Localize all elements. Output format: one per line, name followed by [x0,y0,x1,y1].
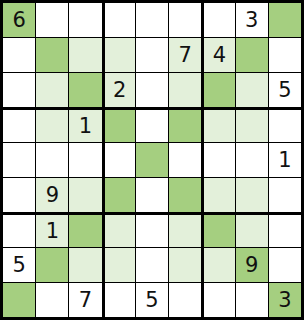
cell-r2c5[interactable] [136,38,168,72]
cell-r5c9[interactable]: 1 [269,143,301,177]
cell-r2c4[interactable] [103,38,135,72]
cell-r3c7[interactable] [202,73,234,107]
cell-r6c3[interactable] [69,178,101,212]
cell-r9c7[interactable] [202,283,234,317]
cell-r6c9[interactable] [269,178,301,212]
cell-r2c9[interactable] [269,38,301,72]
cell-r6c8[interactable] [236,178,268,212]
cell-r8c4[interactable] [103,248,135,282]
cell-r3c6[interactable] [169,73,201,107]
cell-r4c5[interactable] [136,108,168,142]
cell-r2c3[interactable] [69,38,101,72]
cell-r7c2[interactable]: 1 [36,213,68,247]
cell-r8c9[interactable] [269,248,301,282]
cell-r7c3[interactable] [69,213,101,247]
cell-r5c6[interactable] [169,143,201,177]
cell-r5c1[interactable] [3,143,35,177]
cell-r8c8[interactable]: 9 [236,248,268,282]
cell-r1c1[interactable]: 6 [3,3,35,37]
cell-r6c6[interactable] [169,178,201,212]
cell-r6c1[interactable] [3,178,35,212]
cell-r7c1[interactable] [3,213,35,247]
cell-r4c4[interactable] [103,108,135,142]
cell-r5c3[interactable] [69,143,101,177]
cell-r1c6[interactable] [169,3,201,37]
cell-r7c8[interactable] [236,213,268,247]
cell-r1c9[interactable] [269,3,301,37]
cell-r9c2[interactable] [36,283,68,317]
cell-r1c7[interactable] [202,3,234,37]
cell-r9c8[interactable] [236,283,268,317]
cell-r3c9[interactable]: 5 [269,73,301,107]
cell-r7c5[interactable] [136,213,168,247]
cell-r6c5[interactable] [136,178,168,212]
cell-r3c1[interactable] [3,73,35,107]
cell-r8c1[interactable]: 5 [3,248,35,282]
cell-r6c4[interactable] [103,178,135,212]
cell-r1c4[interactable] [103,3,135,37]
cell-r5c4[interactable] [103,143,135,177]
cell-r9c6[interactable] [169,283,201,317]
cell-r1c5[interactable] [136,3,168,37]
cell-r6c7[interactable] [202,178,234,212]
cell-r4c6[interactable] [169,108,201,142]
cell-r2c6[interactable]: 7 [169,38,201,72]
cell-r9c5[interactable]: 5 [136,283,168,317]
cell-r9c4[interactable] [103,283,135,317]
cell-r5c2[interactable] [36,143,68,177]
cell-r5c8[interactable] [236,143,268,177]
cell-r7c9[interactable] [269,213,301,247]
cell-r3c8[interactable] [236,73,268,107]
sudoku-board: 637425119159753 [0,0,304,320]
cell-r4c2[interactable] [36,108,68,142]
cell-r8c2[interactable] [36,248,68,282]
cell-r6c2[interactable]: 9 [36,178,68,212]
cell-r7c4[interactable] [103,213,135,247]
cell-r4c1[interactable] [3,108,35,142]
cell-r2c2[interactable] [36,38,68,72]
cell-r1c2[interactable] [36,3,68,37]
cell-r4c7[interactable] [202,108,234,142]
cell-r5c5[interactable] [136,143,168,177]
cell-r7c7[interactable] [202,213,234,247]
cell-r8c3[interactable] [69,248,101,282]
cell-r9c9[interactable]: 3 [269,283,301,317]
cell-r9c1[interactable] [3,283,35,317]
cell-r3c4[interactable]: 2 [103,73,135,107]
cell-r4c8[interactable] [236,108,268,142]
cell-r9c3[interactable]: 7 [69,283,101,317]
cell-r8c5[interactable] [136,248,168,282]
cell-r8c7[interactable] [202,248,234,282]
cell-r7c6[interactable] [169,213,201,247]
cell-r3c3[interactable] [69,73,101,107]
cell-r1c8[interactable]: 3 [236,3,268,37]
cell-r2c8[interactable] [236,38,268,72]
cell-r3c2[interactable] [36,73,68,107]
cell-r5c7[interactable] [202,143,234,177]
cell-r4c9[interactable] [269,108,301,142]
cell-r2c7[interactable]: 4 [202,38,234,72]
cell-r1c3[interactable] [69,3,101,37]
cell-r3c5[interactable] [136,73,168,107]
cell-r4c3[interactable]: 1 [69,108,101,142]
cell-r2c1[interactable] [3,38,35,72]
cell-r8c6[interactable] [169,248,201,282]
